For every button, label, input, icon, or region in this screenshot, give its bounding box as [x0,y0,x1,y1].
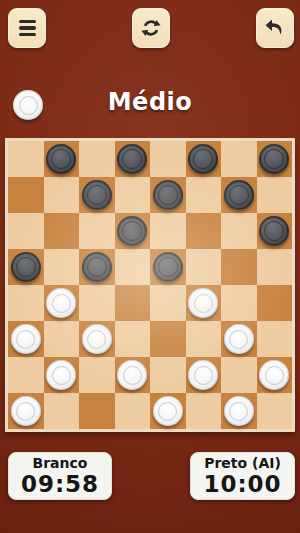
restart-button[interactable] [132,8,170,48]
square-r2c1[interactable] [8,177,44,213]
white-piece[interactable]: ⛀ [46,288,76,318]
square-r8c3[interactable] [79,393,115,429]
black-piece[interactable]: ⛂ [46,144,76,174]
white-piece[interactable]: ⛀ [11,396,41,426]
white-clock-panel: Branco 09:58 [8,452,112,500]
square-r8c1[interactable]: ⛀ [8,393,44,429]
square-r7c5[interactable] [150,357,186,393]
square-r2c5[interactable]: ⛂ [150,177,186,213]
white-piece[interactable]: ⛀ [224,324,254,354]
square-r2c6[interactable] [186,177,222,213]
white-piece[interactable]: ⛀ [82,324,112,354]
square-r7c3[interactable] [79,357,115,393]
undo-button[interactable] [256,8,294,48]
square-r2c8[interactable] [257,177,293,213]
white-clock-time: 09:58 [21,472,99,496]
square-r1c5[interactable] [150,141,186,177]
black-piece[interactable]: ⛂ [259,216,289,246]
black-piece[interactable]: ⛂ [153,252,183,282]
square-r8c7[interactable]: ⛀ [221,393,257,429]
square-r4c1[interactable]: ⛂ [8,249,44,285]
white-piece[interactable]: ⛀ [11,324,41,354]
square-r6c1[interactable]: ⛀ [8,321,44,357]
square-r7c8[interactable]: ⛀ [257,357,293,393]
square-r8c4[interactable] [115,393,151,429]
square-r4c2[interactable] [44,249,80,285]
square-r8c2[interactable] [44,393,80,429]
white-piece[interactable]: ⛀ [153,396,183,426]
square-r1c7[interactable] [221,141,257,177]
square-r3c1[interactable] [8,213,44,249]
square-r5c2[interactable]: ⛀ [44,285,80,321]
black-piece[interactable]: ⛂ [259,144,289,174]
square-r4c8[interactable] [257,249,293,285]
white-piece[interactable]: ⛀ [46,360,76,390]
square-r2c2[interactable] [44,177,80,213]
square-r5c1[interactable] [8,285,44,321]
square-r1c1[interactable] [8,141,44,177]
black-piece[interactable]: ⛂ [117,144,147,174]
square-r4c7[interactable] [221,249,257,285]
square-r8c6[interactable] [186,393,222,429]
white-piece[interactable]: ⛀ [259,360,289,390]
black-piece[interactable]: ⛂ [224,180,254,210]
square-r1c3[interactable] [79,141,115,177]
white-piece[interactable]: ⛀ [117,360,147,390]
square-r1c6[interactable]: ⛂ [186,141,222,177]
square-r5c7[interactable] [221,285,257,321]
square-r4c5[interactable]: ⛂ [150,249,186,285]
square-r6c4[interactable] [115,321,151,357]
square-r3c2[interactable] [44,213,80,249]
square-r6c6[interactable] [186,321,222,357]
restart-sync-icon [139,16,163,40]
square-r8c5[interactable]: ⛀ [150,393,186,429]
square-r5c4[interactable] [115,285,151,321]
square-r5c8[interactable] [257,285,293,321]
black-piece[interactable]: ⛂ [82,180,112,210]
square-r6c7[interactable]: ⛀ [221,321,257,357]
square-r1c4[interactable]: ⛂ [115,141,151,177]
square-r6c2[interactable] [44,321,80,357]
square-r2c7[interactable]: ⛂ [221,177,257,213]
white-piece[interactable]: ⛀ [188,288,218,318]
square-r8c8[interactable] [257,393,293,429]
square-r7c7[interactable] [221,357,257,393]
square-r4c6[interactable] [186,249,222,285]
checkers-board: ⛂⛂⛂⛂⛂⛂⛂⛂⛂⛂⛂⛂⛀⛀⛀⛀⛀⛀⛀⛀⛀⛀⛀⛀ [5,138,295,432]
white-player-label: Branco [33,456,88,471]
difficulty-title: Médio [0,88,300,116]
black-player-label: Preto (AI) [204,456,281,471]
square-r2c3[interactable]: ⛂ [79,177,115,213]
square-r3c3[interactable] [79,213,115,249]
square-r6c5[interactable] [150,321,186,357]
undo-arrow-icon [263,16,287,40]
square-r3c5[interactable] [150,213,186,249]
square-r1c2[interactable]: ⛂ [44,141,80,177]
hamburger-icon [19,20,36,37]
square-r4c3[interactable]: ⛂ [79,249,115,285]
square-r6c3[interactable]: ⛀ [79,321,115,357]
square-r7c1[interactable] [8,357,44,393]
square-r3c8[interactable]: ⛂ [257,213,293,249]
black-clock-time: 10:00 [203,472,281,496]
square-r5c3[interactable] [79,285,115,321]
black-piece[interactable]: ⛂ [11,252,41,282]
black-clock-panel: Preto (AI) 10:00 [190,452,295,500]
square-r3c7[interactable] [221,213,257,249]
square-r7c4[interactable]: ⛀ [115,357,151,393]
square-r3c4[interactable]: ⛂ [115,213,151,249]
black-piece[interactable]: ⛂ [82,252,112,282]
square-r6c8[interactable] [257,321,293,357]
white-piece[interactable]: ⛀ [188,360,218,390]
square-r2c4[interactable] [115,177,151,213]
square-r3c6[interactable] [186,213,222,249]
black-piece[interactable]: ⛂ [117,216,147,246]
square-r5c5[interactable] [150,285,186,321]
black-piece[interactable]: ⛂ [188,144,218,174]
square-r7c6[interactable]: ⛀ [186,357,222,393]
white-piece[interactable]: ⛀ [224,396,254,426]
square-r1c8[interactable]: ⛂ [257,141,293,177]
app-screen: Médio ⛂⛂⛂⛂⛂⛂⛂⛂⛂⛂⛂⛂⛀⛀⛀⛀⛀⛀⛀⛀⛀⛀⛀⛀ Branco 09… [0,0,300,533]
square-r5c6[interactable]: ⛀ [186,285,222,321]
square-r7c2[interactable]: ⛀ [44,357,80,393]
black-piece[interactable]: ⛂ [153,180,183,210]
menu-button[interactable] [8,8,46,48]
square-r4c4[interactable] [115,249,151,285]
